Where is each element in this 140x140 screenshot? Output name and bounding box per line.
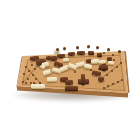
board-hole [107,85,109,87]
board-hole [106,74,108,76]
scoring-peg[interactable] [82,78,85,81]
domino-tile-walnut[interactable] [57,53,65,58]
scoring-peg[interactable] [107,48,110,51]
domino-tile-maple[interactable] [98,59,105,63]
board-hole [112,54,114,56]
board-hole [23,73,25,75]
scoring-peg[interactable] [87,45,90,48]
domino-tile-maple[interactable] [63,57,69,62]
scoring-peg[interactable] [76,46,79,49]
domino-tile-maple[interactable] [108,61,114,66]
board-hole [22,81,24,83]
board-hole [120,62,122,64]
scoring-peg[interactable] [56,48,59,51]
domino-tile-walnut[interactable] [67,52,74,56]
board-hole [111,70,113,72]
board-hole [74,71,76,73]
domino-tile-walnut[interactable] [99,65,108,70]
board-playing-field [0,0,140,140]
board-hole [32,74,34,76]
scoring-peg[interactable] [96,46,99,49]
board-scene [0,0,140,140]
board-hole [34,68,36,70]
domino-tile-walnut[interactable] [97,53,102,57]
domino-tile-maple[interactable] [31,84,45,89]
scoring-peg[interactable] [63,47,66,50]
board-hole [46,52,48,54]
board-hole [117,81,119,83]
board-hole [35,78,37,80]
domino-tile-walnut[interactable] [65,80,73,86]
board-hole [112,83,114,85]
domino-tile-walnut[interactable] [77,51,85,55]
board-hole [103,52,105,54]
board-hole [25,66,27,68]
scoring-peg[interactable] [118,50,121,53]
domino-tile-walnut[interactable] [88,50,94,54]
board-hole [25,82,27,84]
board-hole [27,78,29,80]
board-hole [116,66,118,68]
domino-tile-walnut[interactable] [64,86,77,91]
domino-tile-maple[interactable] [47,77,57,82]
board-hole [31,64,33,66]
board-hole [121,79,123,81]
board-hole [103,87,105,89]
board-rim [0,0,140,140]
board-hole [28,70,30,72]
